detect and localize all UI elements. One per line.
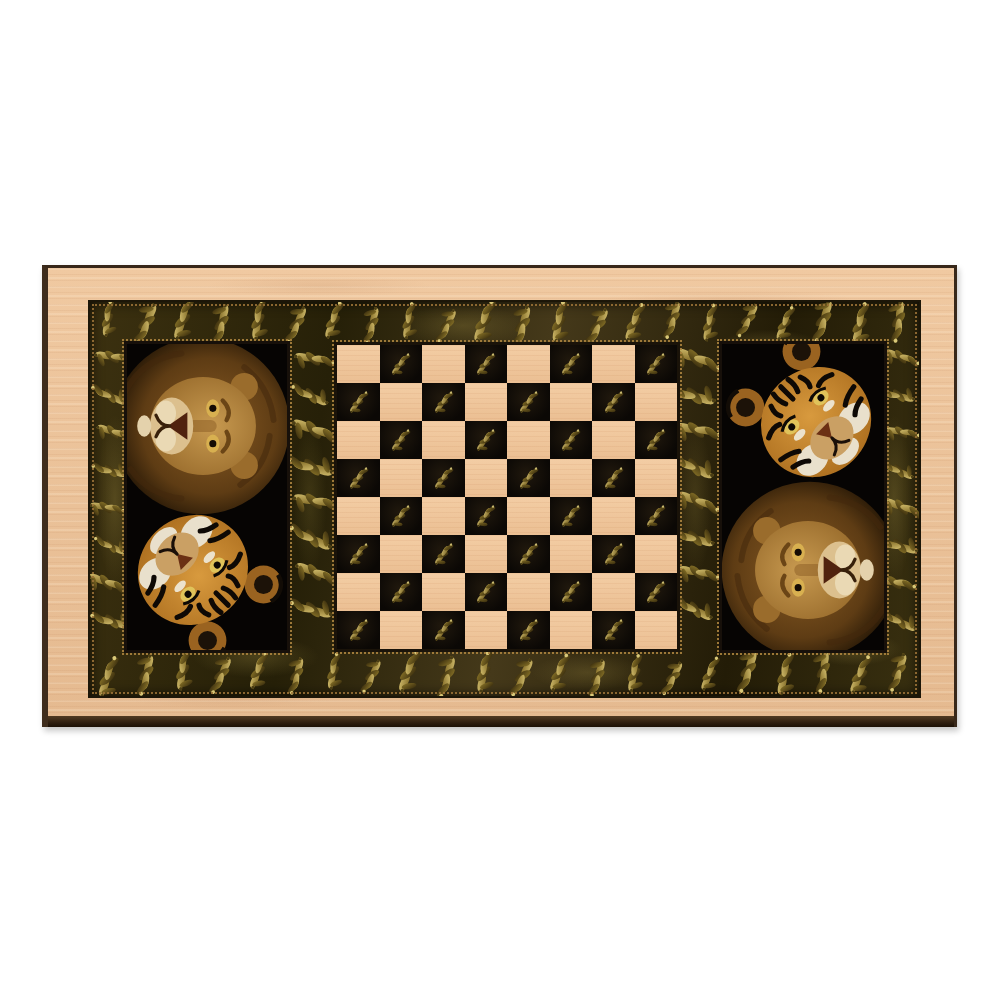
gold-leaf-sprig — [386, 577, 416, 607]
board-square[interactable] — [550, 497, 593, 535]
laurel-leaf-sprig — [674, 478, 722, 527]
wood-surface — [48, 268, 954, 716]
laurel-leaf-sprig — [90, 561, 129, 607]
gold-leaf-sprig — [641, 577, 671, 607]
board-square[interactable] — [507, 383, 550, 421]
product-photo — [0, 0, 1000, 1000]
laurel-leaf-sprig — [614, 302, 658, 344]
gold-leaf-sprig — [386, 349, 416, 379]
laurel-leaf-sprig — [238, 650, 281, 692]
board-square[interactable] — [380, 611, 423, 649]
laurel-leaf-sprig — [536, 302, 584, 346]
board-square[interactable] — [507, 497, 550, 535]
laurel-leaf-sprig — [274, 654, 317, 696]
board-square[interactable] — [337, 611, 380, 649]
board-square[interactable] — [380, 421, 423, 459]
board-square[interactable] — [592, 497, 635, 535]
gold-leaf-sprig — [386, 501, 416, 531]
board-square[interactable] — [337, 535, 380, 573]
laurel-leaf-sprig — [199, 654, 242, 695]
board-square[interactable] — [465, 459, 508, 497]
gold-leaf-sprig — [428, 387, 458, 417]
board-square[interactable] — [422, 573, 465, 611]
gold-leaf-sprig — [471, 425, 501, 455]
lion-image — [722, 472, 884, 650]
laurel-leaf-sprig — [90, 374, 129, 415]
board-square[interactable] — [422, 611, 465, 649]
gold-leaf-sprig — [343, 463, 373, 493]
board-square[interactable] — [422, 497, 465, 535]
board-square[interactable] — [337, 459, 380, 497]
laurel-leaf-sprig — [121, 651, 168, 696]
laurel-leaf-sprig — [497, 302, 545, 349]
laurel-leaf-sprig — [674, 586, 716, 630]
board-square[interactable] — [507, 611, 550, 649]
laurel-leaf-sprig — [427, 307, 466, 344]
laurel-leaf-sprig — [652, 659, 691, 696]
board-square[interactable] — [465, 421, 508, 459]
board-square[interactable] — [337, 573, 380, 611]
board-square[interactable] — [550, 611, 593, 649]
board-square[interactable] — [592, 535, 635, 573]
laurel-leaf-sprig — [575, 656, 619, 696]
board-square[interactable] — [380, 535, 423, 573]
laurel-leaf-sprig — [313, 651, 355, 693]
laurel-leaf-sprig — [274, 304, 317, 345]
laurel-leaf-sprig — [461, 302, 510, 345]
board-square[interactable] — [422, 535, 465, 573]
laurel-leaf-sprig — [882, 338, 919, 379]
board-square[interactable] — [507, 345, 550, 383]
gold-leaf-sprig — [598, 387, 628, 417]
laurel-leaf-sprig — [292, 549, 340, 598]
gold-leaf-sprig — [513, 463, 543, 493]
laurel-leaf-sprig — [880, 600, 919, 641]
laurel-leaf-sprig — [90, 449, 130, 490]
board-square[interactable] — [380, 573, 423, 611]
gold-leaf-sprig — [343, 387, 373, 417]
laurel-leaf-sprig — [873, 302, 919, 345]
gold-leaf-sprig — [343, 539, 373, 569]
board-square[interactable] — [380, 497, 423, 535]
laurel-leaf-sprig — [93, 527, 128, 563]
laurel-leaf-sprig — [351, 657, 390, 694]
laurel-leaf-sprig — [349, 304, 392, 346]
board-edge — [48, 716, 954, 727]
board-square[interactable] — [465, 345, 508, 383]
laurel-leaf-sprig — [236, 302, 283, 343]
gold-leaf-sprig — [641, 501, 671, 531]
checkerboard — [337, 345, 677, 649]
gold-leaf-sprig — [471, 501, 501, 531]
gold-leaf-sprig — [386, 425, 416, 455]
board-square[interactable] — [422, 345, 465, 383]
board-square[interactable] — [380, 459, 423, 497]
board-square[interactable] — [550, 345, 593, 383]
board-square[interactable] — [550, 535, 593, 573]
laurel-leaf-sprig — [388, 302, 430, 342]
gold-leaf-sprig — [598, 539, 628, 569]
laurel-leaf-sprig — [291, 336, 338, 384]
game-board — [42, 265, 957, 727]
board-square[interactable] — [550, 421, 593, 459]
board-square[interactable] — [550, 383, 593, 421]
gold-leaf-sprig — [513, 387, 543, 417]
laurel-leaf-sprig — [385, 649, 434, 696]
board-square[interactable] — [507, 459, 550, 497]
board-square[interactable] — [550, 573, 593, 611]
laurel-frame — [88, 300, 921, 698]
board-square[interactable] — [380, 383, 423, 421]
board-square[interactable] — [465, 535, 508, 573]
laurel-leaf-sprig — [674, 550, 722, 599]
board-square[interactable] — [635, 497, 678, 535]
laurel-leaf-sprig — [761, 650, 810, 696]
board-square[interactable] — [465, 611, 508, 649]
board-square[interactable] — [635, 459, 678, 497]
gold-leaf-sprig — [428, 463, 458, 493]
gold-leaf-sprig — [641, 425, 671, 455]
gold-leaf-sprig — [343, 615, 373, 645]
board-square[interactable] — [465, 383, 508, 421]
gold-leaf-sprig — [641, 349, 671, 379]
laurel-leaf-sprig — [160, 647, 207, 694]
board-square[interactable] — [592, 459, 635, 497]
board-square[interactable] — [422, 383, 465, 421]
board-square[interactable] — [337, 497, 380, 535]
laurel-leaf-sprig — [766, 305, 805, 343]
gold-leaf-sprig — [471, 577, 501, 607]
laurel-leaf-sprig — [121, 302, 169, 346]
laurel-leaf-sprig — [288, 404, 341, 458]
laurel-leaf-sprig — [722, 647, 771, 695]
board-square[interactable] — [507, 573, 550, 611]
laurel-leaf-sprig — [728, 302, 767, 338]
page: { "game": "checkers-chess board (decorat… — [0, 0, 1000, 1000]
gold-leaf-sprig — [556, 349, 586, 379]
gold-leaf-sprig — [428, 539, 458, 569]
laurel-leaf-sprig — [671, 405, 724, 459]
gold-leaf-sprig — [556, 501, 586, 531]
laurel-leaf-sprig — [839, 654, 883, 696]
gold-leaf-sprig — [471, 349, 501, 379]
laurel-leaf-sprig — [160, 302, 208, 343]
laurel-leaf-sprig — [837, 302, 886, 348]
left-art-panel — [127, 344, 287, 650]
laurel-leaf-sprig — [575, 305, 618, 347]
board-square[interactable] — [635, 383, 678, 421]
laurel-leaf-sprig — [797, 302, 846, 344]
board-square[interactable] — [635, 535, 678, 573]
laurel-leaf-sprig — [196, 302, 243, 347]
laurel-leaf-sprig — [290, 373, 331, 416]
laurel-leaf-sprig — [90, 302, 129, 340]
board-square[interactable] — [337, 345, 380, 383]
board-square[interactable] — [592, 421, 635, 459]
board-square[interactable] — [592, 345, 635, 383]
laurel-leaf-sprig — [284, 438, 337, 492]
laurel-leaf-sprig — [614, 652, 657, 695]
board-square[interactable] — [635, 573, 678, 611]
board-square[interactable] — [592, 611, 635, 649]
laurel-leaf-sprig — [691, 655, 730, 693]
laurel-leaf-sprig — [880, 486, 919, 532]
right-art-panel — [722, 344, 884, 650]
laurel-leaf-sprig — [288, 512, 335, 561]
board-square[interactable] — [507, 535, 550, 573]
laurel-leaf-sprig — [670, 333, 723, 387]
board-square[interactable] — [337, 383, 380, 421]
board-square[interactable] — [507, 421, 550, 459]
board-square[interactable] — [380, 345, 423, 383]
laurel-leaf-sprig — [670, 512, 718, 561]
board-square[interactable] — [422, 421, 465, 459]
laurel-leaf-sprig — [288, 584, 336, 633]
board-square[interactable] — [550, 459, 593, 497]
laurel-leaf-sprig — [650, 302, 694, 341]
board-square[interactable] — [635, 421, 678, 459]
board-square[interactable] — [635, 611, 678, 649]
laurel-leaf-sprig — [90, 488, 127, 529]
laurel-leaf-sprig — [798, 648, 846, 696]
laurel-leaf-sprig — [90, 654, 133, 696]
gold-leaf-sprig — [428, 615, 458, 645]
board-square[interactable] — [422, 459, 465, 497]
gold-leaf-sprig — [513, 615, 543, 645]
laurel-leaf-sprig — [689, 302, 732, 344]
laurel-leaf-sprig — [875, 650, 919, 693]
gold-leaf-sprig — [598, 615, 628, 645]
gold-leaf-sprig — [513, 539, 543, 569]
laurel-leaf-sprig — [289, 476, 342, 530]
board-square[interactable] — [635, 345, 678, 383]
laurel-leaf-sprig — [422, 653, 470, 696]
board-square[interactable] — [592, 573, 635, 611]
board-square[interactable] — [337, 421, 380, 459]
gold-leaf-sprig — [556, 577, 586, 607]
gold-leaf-sprig — [598, 463, 628, 493]
laurel-leaf-sprig — [313, 302, 356, 342]
laurel-leaf-sprig — [461, 649, 509, 696]
board-square[interactable] — [465, 573, 508, 611]
laurel-leaf-sprig — [499, 656, 542, 696]
laurel-leaf-sprig — [882, 413, 919, 454]
board-square[interactable] — [592, 383, 635, 421]
laurel-leaf-sprig — [538, 652, 582, 694]
board-square[interactable] — [465, 497, 508, 535]
laurel-leaf-sprig — [881, 451, 916, 487]
gold-leaf-sprig — [556, 425, 586, 455]
laurel-leaf-sprig — [670, 441, 717, 490]
